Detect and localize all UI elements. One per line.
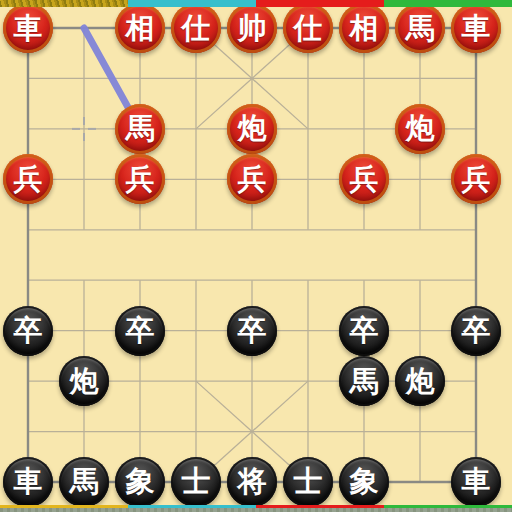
piece-glyph: 馬 bbox=[70, 467, 99, 496]
piece-red-soldier[interactable]: 兵 bbox=[451, 154, 501, 204]
piece-glyph: 卒 bbox=[238, 316, 267, 345]
piece-glyph: 炮 bbox=[406, 367, 435, 396]
piece-black-chariot[interactable]: 車 bbox=[3, 457, 53, 507]
piece-glyph: 馬 bbox=[350, 367, 379, 396]
piece-glyph: 象 bbox=[350, 467, 379, 496]
piece-black-general[interactable]: 将 bbox=[227, 457, 277, 507]
piece-red-soldier[interactable]: 兵 bbox=[115, 154, 165, 204]
piece-glyph: 炮 bbox=[406, 114, 435, 143]
piece-glyph: 炮 bbox=[238, 114, 267, 143]
piece-red-elephant[interactable]: 相 bbox=[115, 3, 165, 53]
piece-glyph: 車 bbox=[14, 467, 43, 496]
top-color-bar bbox=[0, 0, 512, 7]
piece-glyph: 将 bbox=[238, 467, 267, 496]
bar-segment bbox=[128, 0, 256, 7]
piece-black-soldier[interactable]: 卒 bbox=[227, 306, 277, 356]
piece-black-soldier[interactable]: 卒 bbox=[115, 306, 165, 356]
piece-red-horse[interactable]: 馬 bbox=[115, 104, 165, 154]
piece-red-elephant[interactable]: 相 bbox=[339, 3, 389, 53]
piece-glyph: 相 bbox=[126, 14, 155, 43]
piece-glyph: 車 bbox=[462, 467, 491, 496]
piece-glyph: 兵 bbox=[350, 165, 379, 194]
piece-black-cannon[interactable]: 炮 bbox=[59, 356, 109, 406]
piece-glyph: 兵 bbox=[238, 165, 267, 194]
piece-glyph: 兵 bbox=[14, 165, 43, 194]
piece-glyph: 炮 bbox=[70, 367, 99, 396]
piece-black-chariot[interactable]: 車 bbox=[451, 457, 501, 507]
piece-red-advisor[interactable]: 仕 bbox=[171, 3, 221, 53]
piece-black-horse[interactable]: 馬 bbox=[339, 356, 389, 406]
bar-segment bbox=[256, 0, 384, 7]
piece-red-cannon[interactable]: 炮 bbox=[395, 104, 445, 154]
piece-glyph: 相 bbox=[350, 14, 379, 43]
piece-red-chariot[interactable]: 車 bbox=[3, 3, 53, 53]
piece-glyph: 象 bbox=[126, 467, 155, 496]
bar-segment bbox=[0, 0, 128, 7]
piece-red-soldier[interactable]: 兵 bbox=[339, 154, 389, 204]
pieces-layer: 車相仕帅仕相馬車馬炮炮兵兵兵兵兵卒卒卒卒卒炮馬炮車馬象士将士象車 bbox=[0, 0, 512, 512]
piece-glyph: 馬 bbox=[126, 114, 155, 143]
piece-glyph: 兵 bbox=[462, 165, 491, 194]
piece-glyph: 卒 bbox=[126, 316, 155, 345]
piece-glyph: 卒 bbox=[350, 316, 379, 345]
piece-glyph: 卒 bbox=[14, 316, 43, 345]
piece-black-advisor[interactable]: 士 bbox=[171, 457, 221, 507]
piece-glyph: 士 bbox=[182, 467, 211, 496]
piece-glyph: 仕 bbox=[294, 14, 323, 43]
piece-red-advisor[interactable]: 仕 bbox=[283, 3, 333, 53]
piece-glyph: 車 bbox=[462, 14, 491, 43]
piece-black-horse[interactable]: 馬 bbox=[59, 457, 109, 507]
piece-black-soldier[interactable]: 卒 bbox=[3, 306, 53, 356]
xiangqi-board: 車相仕帅仕相馬車馬炮炮兵兵兵兵兵卒卒卒卒卒炮馬炮車馬象士将士象車 bbox=[0, 0, 512, 512]
piece-glyph: 卒 bbox=[462, 316, 491, 345]
piece-black-elephant[interactable]: 象 bbox=[115, 457, 165, 507]
bottom-edge-strip bbox=[0, 508, 512, 512]
piece-glyph: 車 bbox=[14, 14, 43, 43]
piece-red-cannon[interactable]: 炮 bbox=[227, 104, 277, 154]
piece-black-advisor[interactable]: 士 bbox=[283, 457, 333, 507]
piece-glyph: 馬 bbox=[406, 14, 435, 43]
piece-glyph: 士 bbox=[294, 467, 323, 496]
piece-glyph: 仕 bbox=[182, 14, 211, 43]
piece-red-soldier[interactable]: 兵 bbox=[3, 154, 53, 204]
bar-segment bbox=[384, 0, 512, 7]
piece-black-soldier[interactable]: 卒 bbox=[339, 306, 389, 356]
piece-red-horse[interactable]: 馬 bbox=[395, 3, 445, 53]
piece-glyph: 兵 bbox=[126, 165, 155, 194]
piece-red-soldier[interactable]: 兵 bbox=[227, 154, 277, 204]
piece-black-elephant[interactable]: 象 bbox=[339, 457, 389, 507]
piece-black-soldier[interactable]: 卒 bbox=[451, 306, 501, 356]
piece-red-chariot[interactable]: 車 bbox=[451, 3, 501, 53]
piece-glyph: 帅 bbox=[238, 14, 267, 43]
piece-red-general[interactable]: 帅 bbox=[227, 3, 277, 53]
piece-black-cannon[interactable]: 炮 bbox=[395, 356, 445, 406]
